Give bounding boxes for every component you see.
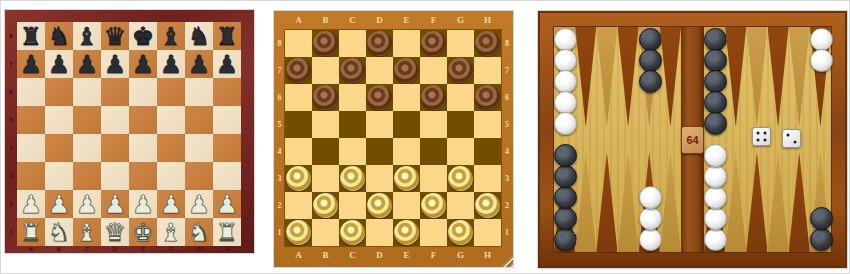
file-label: F [420,11,447,30]
white-checker-point-13[interactable] [554,28,577,51]
rank-label: 3 [501,165,513,192]
square-h1[interactable]: ♜ [213,218,241,246]
black-checker-point-12[interactable] [554,228,577,251]
square-h3[interactable] [213,162,241,190]
rank-label: 5 [274,111,285,138]
black-checker-point-1[interactable] [810,207,833,230]
black-checker-point-12[interactable] [554,165,577,188]
checkers-board[interactable] [285,30,501,246]
white-rook[interactable]: ♜ [213,218,241,246]
square-e2[interactable] [393,192,420,219]
square-c7[interactable]: ♟ [73,50,101,78]
white-checker-point-13[interactable] [554,49,577,72]
square-d5[interactable] [366,111,393,138]
white-knight[interactable]: ♞ [45,218,73,246]
square-e1[interactable]: ♚ [129,218,157,246]
doubling-cube[interactable]: 64 [681,126,704,154]
file-label: C [339,11,366,30]
point-15[interactable] [596,27,617,127]
light-man[interactable] [367,193,392,218]
square-g6[interactable] [185,78,213,106]
die-2-value-2[interactable] [782,129,801,148]
black-rook[interactable]: ♜ [213,22,241,50]
checkers-rank-labels-left: 87654321 [274,30,285,246]
square-a7[interactable] [285,57,312,84]
square-e3[interactable] [393,165,420,192]
black-pawn[interactable]: ♟ [17,50,45,78]
dark-man[interactable] [367,31,392,56]
square-g4[interactable] [447,138,474,165]
point-column[interactable] [725,27,746,252]
square-f7[interactable]: ♟ [157,50,185,78]
square-c1[interactable]: ♝ [73,218,101,246]
square-d7[interactable]: ♟ [101,50,129,78]
white-knight[interactable]: ♞ [185,218,213,246]
black-knight[interactable]: ♞ [185,22,213,50]
file-label: H [474,246,501,267]
checkers-board-panel: ABCDEFGH 87654321 87654321 ABCDEFGH [274,11,513,267]
square-f1[interactable] [420,219,447,246]
square-g8[interactable]: ♞ [185,22,213,50]
square-g5[interactable] [447,111,474,138]
light-man[interactable] [340,220,365,245]
white-pawn[interactable]: ♟ [45,190,73,218]
white-pawn[interactable]: ♟ [17,190,45,218]
white-pawn[interactable]: ♟ [129,190,157,218]
square-e7[interactable] [393,57,420,84]
black-checker-point-19[interactable] [704,91,727,114]
checkers-file-labels-top: ABCDEFGH [285,11,501,30]
dark-man[interactable] [394,58,419,83]
point-23[interactable] [789,27,810,127]
black-checker-point-12[interactable] [554,144,577,167]
white-queen[interactable]: ♛ [101,218,129,246]
square-c4[interactable] [73,134,101,162]
rank-label: 5 [5,106,17,134]
light-man[interactable] [286,166,311,191]
dark-man[interactable] [421,85,446,110]
black-king[interactable]: ♚ [129,22,157,50]
square-g4[interactable] [185,134,213,162]
point-column[interactable] [704,27,725,252]
white-checker-point-13[interactable] [554,70,577,93]
square-f4[interactable] [157,134,185,162]
point-16[interactable] [618,27,639,127]
black-knight[interactable]: ♞ [45,22,73,50]
point-7[interactable] [660,152,681,252]
square-f1[interactable]: ♝ [157,218,185,246]
file-label: B [45,246,73,253]
file-label: D [101,246,129,253]
black-pawn[interactable]: ♟ [73,50,101,78]
black-bishop[interactable]: ♝ [157,22,185,50]
point-column[interactable] [660,27,681,252]
white-checker-point-8[interactable] [639,207,662,230]
square-g6[interactable] [447,84,474,111]
point-column[interactable] [810,27,831,252]
square-e5[interactable] [129,106,157,134]
square-e2[interactable]: ♟ [129,190,157,218]
backgammon-board-panel: 64 [538,11,847,268]
square-g7[interactable]: ♟ [185,50,213,78]
rank-label: 8 [501,30,513,57]
square-c1[interactable] [339,219,366,246]
rank-label: 1 [274,219,285,246]
dark-man[interactable] [340,58,365,83]
white-king[interactable]: ♚ [129,218,157,246]
square-a5[interactable] [17,106,45,134]
square-c3[interactable] [73,162,101,190]
square-d6[interactable] [366,84,393,111]
rank-label: 3 [5,162,17,190]
file-label: H [213,246,241,253]
square-h2[interactable]: ♟ [213,190,241,218]
square-e8[interactable] [393,30,420,57]
square-g8[interactable] [447,30,474,57]
square-f8[interactable] [420,30,447,57]
point-2[interactable] [789,152,810,252]
point-column[interactable] [596,27,617,252]
square-d3[interactable] [101,162,129,190]
black-queen[interactable]: ♛ [101,22,129,50]
dark-man[interactable] [475,85,500,110]
white-checker-point-6[interactable] [704,207,727,230]
dark-man[interactable] [448,58,473,83]
square-g3[interactable] [447,165,474,192]
file-label: B [312,246,339,267]
square-d1[interactable]: ♛ [101,218,129,246]
square-h8[interactable]: ♜ [213,22,241,50]
die-pip [764,139,767,142]
white-checker-point-13[interactable] [554,112,577,135]
white-rook[interactable]: ♜ [17,218,45,246]
file-label: E [393,11,420,30]
square-b1[interactable]: ♞ [45,218,73,246]
square-g2[interactable]: ♟ [185,190,213,218]
square-g5[interactable] [185,106,213,134]
rank-label: 3 [274,165,285,192]
file-label: F [420,246,447,267]
point-column[interactable] [554,27,575,252]
square-d8[interactable]: ♛ [101,22,129,50]
black-pawn[interactable]: ♟ [101,50,129,78]
white-pawn[interactable]: ♟ [213,190,241,218]
square-c8[interactable]: ♝ [73,22,101,50]
square-a2[interactable] [285,192,312,219]
file-label: G [447,246,474,267]
file-label: G [447,11,474,30]
dark-man[interactable] [286,58,311,83]
white-bishop[interactable]: ♝ [73,218,101,246]
square-e1[interactable] [393,219,420,246]
square-a3[interactable] [17,162,45,190]
die-pip [786,133,789,136]
square-c6[interactable] [339,84,366,111]
square-d6[interactable] [101,78,129,106]
black-pawn[interactable]: ♟ [129,50,157,78]
light-man[interactable] [340,166,365,191]
square-h7[interactable]: ♟ [213,50,241,78]
white-pawn[interactable]: ♟ [101,190,129,218]
file-label: H [474,11,501,30]
white-checker-point-13[interactable] [554,91,577,114]
point-3[interactable] [768,152,789,252]
square-d4[interactable] [101,134,129,162]
light-man[interactable] [286,220,311,245]
square-e8[interactable]: ♚ [129,22,157,50]
rank-label: 8 [5,22,17,50]
light-man[interactable] [394,166,419,191]
square-f7[interactable] [420,57,447,84]
point-5[interactable] [725,152,746,252]
die-pip [794,141,797,144]
point-column[interactable] [639,27,660,252]
rank-label: 1 [501,219,513,246]
black-pawn[interactable]: ♟ [157,50,185,78]
point-18[interactable] [660,27,681,127]
square-f3[interactable] [420,165,447,192]
point-4[interactable] [746,152,767,252]
square-e3[interactable] [129,162,157,190]
white-checker-point-6[interactable] [704,228,727,251]
resize-grip-icon[interactable] [501,255,513,267]
dark-man[interactable] [421,31,446,56]
square-d8[interactable] [366,30,393,57]
point-14[interactable] [575,27,596,127]
square-a8[interactable] [285,30,312,57]
die-pip [756,131,759,134]
square-e4[interactable] [393,138,420,165]
square-d2[interactable] [366,192,393,219]
white-pawn[interactable]: ♟ [185,190,213,218]
light-man[interactable] [475,193,500,218]
black-checker-point-12[interactable] [554,207,577,230]
square-b2[interactable] [312,192,339,219]
black-pawn[interactable]: ♟ [45,50,73,78]
file-label: A [17,246,45,253]
backgammon-board: 64 [554,27,831,252]
rank-label: 2 [501,192,513,219]
square-a4[interactable] [285,138,312,165]
square-h3[interactable] [474,165,501,192]
square-b7[interactable]: ♟ [45,50,73,78]
square-d5[interactable] [101,106,129,134]
rank-label: 5 [501,111,513,138]
square-a4[interactable] [17,134,45,162]
point-22[interactable] [768,27,789,127]
square-h2[interactable] [474,192,501,219]
point-21[interactable] [746,27,767,127]
square-a5[interactable] [285,111,312,138]
point-column[interactable] [575,27,596,252]
square-g7[interactable] [447,57,474,84]
square-d7[interactable] [366,57,393,84]
black-checker-point-19[interactable] [704,49,727,72]
square-b3[interactable] [45,162,73,190]
square-b5[interactable] [45,106,73,134]
rank-label: 7 [501,57,513,84]
chess-board[interactable]: ♜♞♝♛♚♝♞♜♟♟♟♟♟♟♟♟♟♟♟♟♟♟♟♟♜♞♝♛♚♝♞♜ [17,22,241,246]
black-bishop[interactable]: ♝ [73,22,101,50]
white-checker-point-6[interactable] [704,186,727,209]
point-20[interactable] [725,27,746,127]
white-checker-point-24[interactable] [810,49,833,72]
square-f8[interactable]: ♝ [157,22,185,50]
backgammon-left-table[interactable] [554,27,681,252]
square-e4[interactable] [129,134,157,162]
die-1-value-4[interactable] [752,127,771,146]
rank-label: 6 [5,78,17,106]
rank-label: 7 [5,50,17,78]
square-g2[interactable] [447,192,474,219]
square-g1[interactable] [447,219,474,246]
backgammon-right-table[interactable] [704,27,831,252]
rank-label: 2 [5,190,17,218]
square-c2[interactable]: ♟ [73,190,101,218]
square-e6[interactable] [393,84,420,111]
chess-rank-labels: 87654321 [5,22,17,246]
dark-man[interactable] [367,85,392,110]
square-g1[interactable]: ♞ [185,218,213,246]
square-e7[interactable]: ♟ [129,50,157,78]
black-checker-point-19[interactable] [704,28,727,51]
square-a1[interactable] [285,219,312,246]
square-h6[interactable] [213,78,241,106]
square-f2[interactable]: ♟ [157,190,185,218]
square-h6[interactable] [474,84,501,111]
light-man[interactable] [448,166,473,191]
black-pawn[interactable]: ♟ [213,50,241,78]
square-h4[interactable] [474,138,501,165]
black-checker-point-12[interactable] [554,186,577,209]
rank-label: 6 [501,84,513,111]
square-h4[interactable] [213,134,241,162]
white-checker-point-24[interactable] [810,28,833,51]
light-man[interactable] [313,193,338,218]
square-h8[interactable] [474,30,501,57]
white-pawn[interactable]: ♟ [157,190,185,218]
square-f4[interactable] [420,138,447,165]
black-checker-point-1[interactable] [810,228,833,251]
point-11[interactable] [575,152,596,252]
light-man[interactable] [394,220,419,245]
square-a3[interactable] [285,165,312,192]
square-b2[interactable]: ♟ [45,190,73,218]
file-label: E [393,246,420,267]
dark-man[interactable] [313,31,338,56]
square-a8[interactable]: ♜ [17,22,45,50]
square-h5[interactable] [213,106,241,134]
die-pip [764,131,767,134]
square-h7[interactable] [474,57,501,84]
square-b3[interactable] [312,165,339,192]
black-checker-point-17[interactable] [639,49,662,72]
white-pawn[interactable]: ♟ [73,190,101,218]
square-b6[interactable] [45,78,73,106]
square-f6[interactable] [157,78,185,106]
file-label: B [312,11,339,30]
square-b4[interactable] [45,134,73,162]
rank-label: 2 [274,192,285,219]
file-label: D [366,11,393,30]
point-column[interactable] [618,27,639,252]
white-checker-point-8[interactable] [639,228,662,251]
square-b4[interactable] [312,138,339,165]
white-checker-point-6[interactable] [704,165,727,188]
square-a2[interactable]: ♟ [17,190,45,218]
square-h5[interactable] [474,111,501,138]
square-a7[interactable]: ♟ [17,50,45,78]
square-c6[interactable] [73,78,101,106]
square-d4[interactable] [366,138,393,165]
black-checker-point-17[interactable] [639,70,662,93]
dark-man[interactable] [313,85,338,110]
square-f2[interactable] [420,192,447,219]
square-b8[interactable] [312,30,339,57]
light-man[interactable] [421,193,446,218]
square-c7[interactable] [339,57,366,84]
white-checker-point-8[interactable] [639,186,662,209]
square-c5[interactable] [339,111,366,138]
rank-label: 4 [501,138,513,165]
point-9[interactable] [618,152,639,252]
square-h1[interactable] [474,219,501,246]
square-a1[interactable]: ♜ [17,218,45,246]
backgammon-bar: 64 [681,27,704,252]
square-e6[interactable] [129,78,157,106]
square-b8[interactable]: ♞ [45,22,73,50]
square-b1[interactable] [312,219,339,246]
square-d3[interactable] [366,165,393,192]
square-e5[interactable] [393,111,420,138]
square-d2[interactable]: ♟ [101,190,129,218]
file-label: C [73,246,101,253]
square-b5[interactable] [312,111,339,138]
square-c5[interactable] [73,106,101,134]
square-c3[interactable] [339,165,366,192]
dark-man[interactable] [475,31,500,56]
square-b7[interactable] [312,57,339,84]
file-label: A [285,11,312,30]
white-bishop[interactable]: ♝ [157,218,185,246]
square-c8[interactable] [339,30,366,57]
square-c2[interactable] [339,192,366,219]
square-a6[interactable] [285,84,312,111]
file-label: F [157,246,185,253]
square-b6[interactable] [312,84,339,111]
square-f5[interactable] [420,111,447,138]
square-g3[interactable] [185,162,213,190]
light-man[interactable] [448,220,473,245]
chess-board-panel: 87654321 ♜♞♝♛♚♝♞♜♟♟♟♟♟♟♟♟♟♟♟♟♟♟♟♟♜♞♝♛♚♝♞… [5,10,254,253]
point-10[interactable] [596,152,617,252]
black-rook[interactable]: ♜ [17,22,45,50]
square-f5[interactable] [157,106,185,134]
square-c4[interactable] [339,138,366,165]
square-f6[interactable] [420,84,447,111]
white-checker-point-6[interactable] [704,144,727,167]
black-checker-point-19[interactable] [704,112,727,135]
black-checker-point-17[interactable] [639,28,662,51]
screenshot-frame: 87654321 ♜♞♝♛♚♝♞♜♟♟♟♟♟♟♟♟♟♟♟♟♟♟♟♟♜♞♝♛♚♝♞… [0,0,850,274]
square-a6[interactable] [17,78,45,106]
black-checker-point-19[interactable] [704,70,727,93]
square-f3[interactable] [157,162,185,190]
chess-file-labels: ABCDEFGH [17,246,241,253]
black-pawn[interactable]: ♟ [185,50,213,78]
file-label: D [366,246,393,267]
square-d1[interactable] [366,219,393,246]
